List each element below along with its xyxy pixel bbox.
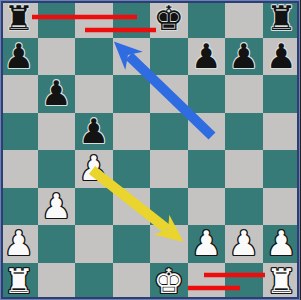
square-c1[interactable]	[75, 263, 113, 300]
piece-black-pawn-a7[interactable]: ♟	[4, 38, 34, 75]
square-a5[interactable]	[0, 113, 38, 151]
piece-black-pawn-f7[interactable]: ♟	[191, 38, 221, 75]
square-h2[interactable]: ♟	[263, 225, 301, 263]
square-g3[interactable]	[225, 188, 263, 226]
square-e4[interactable]	[150, 150, 188, 188]
square-d1[interactable]	[113, 263, 151, 300]
square-f6[interactable]	[188, 75, 226, 113]
square-c2[interactable]	[75, 225, 113, 263]
square-h5[interactable]	[263, 113, 301, 151]
piece-white-pawn-c4[interactable]: ♟	[79, 150, 109, 187]
square-a1[interactable]: ♜	[0, 263, 38, 300]
square-f5[interactable]	[188, 113, 226, 151]
piece-black-rook-a8[interactable]: ♜	[4, 0, 34, 37]
square-e5[interactable]	[150, 113, 188, 151]
square-a2[interactable]: ♟	[0, 225, 38, 263]
square-g7[interactable]: ♟	[225, 38, 263, 76]
piece-white-pawn-f2[interactable]: ♟	[191, 225, 221, 262]
square-h3[interactable]	[263, 188, 301, 226]
square-d5[interactable]	[113, 113, 151, 151]
square-d2[interactable]	[113, 225, 151, 263]
square-g1[interactable]	[225, 263, 263, 300]
square-e3[interactable]	[150, 188, 188, 226]
square-g2[interactable]: ♟	[225, 225, 263, 263]
square-g4[interactable]	[225, 150, 263, 188]
square-h8[interactable]: ♜	[263, 0, 301, 38]
square-h1[interactable]: ♜	[263, 263, 301, 300]
square-g8[interactable]	[225, 0, 263, 38]
square-c7[interactable]	[75, 38, 113, 76]
square-e8[interactable]: ♚	[150, 0, 188, 38]
square-c5[interactable]: ♟	[75, 113, 113, 151]
square-e6[interactable]	[150, 75, 188, 113]
square-a3[interactable]	[0, 188, 38, 226]
square-a6[interactable]	[0, 75, 38, 113]
square-b4[interactable]	[38, 150, 76, 188]
square-d4[interactable]	[113, 150, 151, 188]
square-h7[interactable]: ♟	[263, 38, 301, 76]
square-c8[interactable]	[75, 0, 113, 38]
chess-board-screenshot: ♜♚♜♟♟♟♟♟♟♟♟♟♟♟♟♜♚♜	[0, 0, 300, 300]
square-d3[interactable]	[113, 188, 151, 226]
square-f3[interactable]	[188, 188, 226, 226]
piece-black-king-e8[interactable]: ♚	[154, 0, 184, 37]
piece-black-pawn-h7[interactable]: ♟	[266, 38, 296, 75]
piece-white-rook-a1[interactable]: ♜	[4, 263, 34, 300]
square-b6[interactable]: ♟	[38, 75, 76, 113]
square-g5[interactable]	[225, 113, 263, 151]
square-a7[interactable]: ♟	[0, 38, 38, 76]
square-e7[interactable]	[150, 38, 188, 76]
piece-white-pawn-b3[interactable]: ♟	[41, 188, 71, 225]
square-b5[interactable]	[38, 113, 76, 151]
piece-black-pawn-g7[interactable]: ♟	[229, 38, 259, 75]
square-b2[interactable]	[38, 225, 76, 263]
piece-white-pawn-a2[interactable]: ♟	[4, 225, 34, 262]
piece-white-king-e1[interactable]: ♚	[154, 263, 184, 300]
square-f4[interactable]	[188, 150, 226, 188]
piece-white-rook-h1[interactable]: ♜	[266, 263, 296, 300]
square-d7[interactable]	[113, 38, 151, 76]
square-b3[interactable]: ♟	[38, 188, 76, 226]
square-h6[interactable]	[263, 75, 301, 113]
square-h4[interactable]	[263, 150, 301, 188]
square-c3[interactable]	[75, 188, 113, 226]
piece-white-pawn-g2[interactable]: ♟	[229, 225, 259, 262]
square-e2[interactable]	[150, 225, 188, 263]
square-d8[interactable]	[113, 0, 151, 38]
piece-black-pawn-b6[interactable]: ♟	[41, 75, 71, 112]
square-f7[interactable]: ♟	[188, 38, 226, 76]
piece-white-pawn-h2[interactable]: ♟	[266, 225, 296, 262]
square-d6[interactable]	[113, 75, 151, 113]
square-c4[interactable]: ♟	[75, 150, 113, 188]
square-b7[interactable]	[38, 38, 76, 76]
chess-board: ♜♚♜♟♟♟♟♟♟♟♟♟♟♟♟♜♚♜	[0, 0, 300, 300]
square-f2[interactable]: ♟	[188, 225, 226, 263]
square-a4[interactable]	[0, 150, 38, 188]
square-b1[interactable]	[38, 263, 76, 300]
square-g6[interactable]	[225, 75, 263, 113]
square-a8[interactable]: ♜	[0, 0, 38, 38]
piece-black-rook-h8[interactable]: ♜	[266, 0, 296, 37]
square-b8[interactable]	[38, 0, 76, 38]
piece-black-pawn-c5[interactable]: ♟	[79, 113, 109, 150]
square-e1[interactable]: ♚	[150, 263, 188, 300]
square-f1[interactable]	[188, 263, 226, 300]
square-c6[interactable]	[75, 75, 113, 113]
square-f8[interactable]	[188, 0, 226, 38]
